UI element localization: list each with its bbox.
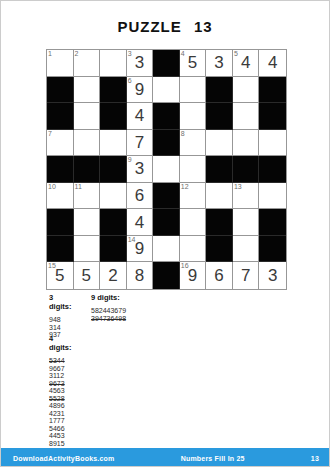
cell-digit: 5	[188, 53, 197, 73]
number-item: 4563	[49, 387, 72, 395]
cell-digit: 4	[241, 53, 250, 73]
grid-cell-r2c4[interactable]: 69	[127, 77, 154, 104]
grid-cell-r8c1	[47, 236, 74, 263]
grid-cell-r2c6[interactable]	[180, 77, 207, 104]
number-item: 582443679	[91, 307, 126, 315]
footer-page-number: 13	[311, 455, 319, 462]
list-3-digits: 3 digits: 948314937	[49, 293, 72, 339]
grid-cell-r8c2[interactable]	[74, 236, 101, 263]
cell-digit: 5	[55, 266, 64, 286]
grid-cell-r3c4[interactable]: 4	[127, 103, 154, 130]
cell-digit: 9	[135, 80, 144, 100]
grid-cell-r8c8[interactable]	[233, 236, 260, 263]
grid-cell-r2c8[interactable]	[233, 77, 260, 104]
grid-cell-r9c1[interactable]: 155	[47, 262, 74, 289]
grid-cell-r3c7	[206, 103, 233, 130]
number-item: 5466	[49, 425, 72, 433]
grid-cell-r3c2[interactable]	[74, 103, 101, 130]
grid-cell-r7c3	[100, 209, 127, 236]
list-items: 582443679394736498	[91, 307, 126, 322]
cell-digit: 2	[108, 266, 117, 286]
list-items: 5344966731129673456355284896423117775466…	[49, 357, 72, 447]
grid-cell-r9c8[interactable]: 7	[233, 262, 260, 289]
clue-number: 8	[181, 130, 185, 138]
list-header: 3 digits:	[49, 293, 72, 311]
grid-cell-r5c1	[47, 156, 74, 183]
cell-digit: 7	[135, 133, 144, 153]
fill-in-grid: 1233453544694778931011612134149155528169…	[46, 49, 287, 290]
grid-cell-r4c7[interactable]	[206, 130, 233, 157]
grid-cell-r5c6[interactable]	[180, 156, 207, 183]
footer-site: DownloadActivityBooks.com	[13, 455, 114, 462]
cell-digit: 7	[241, 266, 250, 286]
grid-cell-r3c3	[100, 103, 127, 130]
grid-cell-r4c8[interactable]	[233, 130, 260, 157]
grid-cell-r6c3[interactable]	[100, 183, 127, 210]
grid-cell-r1c5	[153, 50, 180, 77]
clue-number: 4	[181, 50, 185, 58]
footer-series: Numbers Fill In 25	[181, 455, 245, 462]
grid-cell-r2c7	[206, 77, 233, 104]
grid-cell-r6c8[interactable]: 13	[233, 183, 260, 210]
grid-cell-r9c9[interactable]: 3	[259, 262, 286, 289]
number-item: 5528	[49, 395, 72, 403]
number-item: 5344	[49, 357, 72, 365]
grid-cell-r3c8[interactable]	[233, 103, 260, 130]
number-item: 4453	[49, 432, 72, 440]
number-item: 4896	[49, 402, 72, 410]
grid-cell-r1c3[interactable]	[100, 50, 127, 77]
grid-cell-r4c3[interactable]	[100, 130, 127, 157]
grid-cell-r9c2[interactable]: 5	[74, 262, 101, 289]
list-header: 4 digits:	[49, 334, 72, 352]
grid-cell-r9c4[interactable]: 8	[127, 262, 154, 289]
grid-cell-r8c4[interactable]: 149	[127, 236, 154, 263]
clue-number: 7	[48, 130, 52, 138]
grid-cell-r1c4[interactable]: 33	[127, 50, 154, 77]
clue-number: 14	[128, 236, 136, 244]
number-item: 9667	[49, 365, 72, 373]
grid-cell-r1c8[interactable]: 54	[233, 50, 260, 77]
grid-cell-r8c7	[206, 236, 233, 263]
clue-number: 11	[75, 183, 82, 191]
cell-digit: 4	[135, 213, 144, 233]
cell-digit: 6	[135, 186, 144, 206]
grid-cell-r4c5	[153, 130, 180, 157]
grid-cell-r1c9[interactable]: 4	[259, 50, 286, 77]
cell-digit: 3	[135, 159, 144, 179]
number-item: 1777	[49, 417, 72, 425]
cell-digit: 3	[214, 53, 223, 73]
grid-cell-r4c6[interactable]: 8	[180, 130, 207, 157]
grid-cell-r1c6[interactable]: 45	[180, 50, 207, 77]
footer-bar: DownloadActivityBooks.com Numbers Fill I…	[1, 448, 330, 467]
grid-cell-r6c5	[153, 183, 180, 210]
grid-cell-r2c3	[100, 77, 127, 104]
grid-cell-r3c1	[47, 103, 74, 130]
grid-cell-r5c8	[233, 156, 260, 183]
grid-cell-r5c3	[100, 156, 127, 183]
number-item: 3112	[49, 372, 72, 380]
grid-cell-r9c6[interactable]: 169	[180, 262, 207, 289]
clue-number: 16	[181, 262, 189, 270]
clue-number: 2	[75, 50, 79, 58]
grid-cell-r4c1[interactable]: 7	[47, 130, 74, 157]
grid-cell-r7c2[interactable]	[74, 209, 101, 236]
grid-cell-r9c5	[153, 262, 180, 289]
number-item: 8915	[49, 440, 72, 448]
cell-digit: 8	[135, 266, 144, 286]
list-header: 9 digits:	[91, 293, 126, 302]
grid-cell-r5c7	[206, 156, 233, 183]
clue-number: 10	[48, 183, 56, 191]
number-item: 9673	[49, 380, 72, 388]
grid-cell-r1c1[interactable]: 1	[47, 50, 74, 77]
grid-cell-r7c7	[206, 209, 233, 236]
cell-digit: 5	[82, 266, 91, 286]
grid-cell-r6c4[interactable]: 6	[127, 183, 154, 210]
list-4-digits: 4 digits: 534496673112967345635528489642…	[49, 334, 72, 447]
grid-cell-r8c5[interactable]	[153, 236, 180, 263]
number-item: 4231	[49, 410, 72, 418]
grid-cell-r1c2[interactable]: 2	[74, 50, 101, 77]
clue-number: 13	[234, 183, 242, 191]
grid-cell-r5c4[interactable]: 93	[127, 156, 154, 183]
grid-cell-r9c7[interactable]: 6	[206, 262, 233, 289]
grid-cell-r6c2[interactable]: 11	[74, 183, 101, 210]
grid-cell-r1c7[interactable]: 3	[206, 50, 233, 77]
grid-cell-r2c1	[47, 77, 74, 104]
grid-cell-r6c9[interactable]	[259, 183, 286, 210]
grid-cell-r2c2[interactable]	[74, 77, 101, 104]
grid-cell-r2c5[interactable]	[153, 77, 180, 104]
list-9-digits: 9 digits: 582443679394736498	[91, 293, 126, 322]
cell-digit: 9	[188, 266, 197, 286]
clue-number: 1	[48, 50, 52, 58]
clue-number: 6	[128, 77, 132, 85]
clue-number: 15	[48, 262, 56, 270]
cell-digit: 9	[135, 239, 144, 259]
puzzle-title: PUZZLE 13	[1, 18, 329, 35]
cell-digit: 3	[268, 266, 277, 286]
grid-cell-r4c2[interactable]	[74, 130, 101, 157]
grid-cell-r4c9[interactable]	[259, 130, 286, 157]
grid-cell-r7c5	[153, 209, 180, 236]
cell-digit: 4	[268, 53, 277, 73]
grid-cell-r4c4[interactable]: 7	[127, 130, 154, 157]
grid-cell-r5c2	[74, 156, 101, 183]
grid-cell-r7c9	[259, 209, 286, 236]
grid-cell-r7c1	[47, 209, 74, 236]
number-item: 394736498	[91, 315, 126, 323]
cell-digit: 3	[135, 53, 144, 73]
clue-number: 12	[181, 183, 189, 191]
number-item: 314	[49, 324, 72, 332]
grid-cell-r2c9	[259, 77, 286, 104]
grid-cell-r6c7[interactable]	[206, 183, 233, 210]
grid-cell-r7c4[interactable]: 4	[127, 209, 154, 236]
grid-cell-r6c6[interactable]: 12	[180, 183, 207, 210]
clue-number: 9	[128, 156, 132, 164]
grid-cell-r3c5	[153, 103, 180, 130]
grid-cell-r7c8[interactable]	[233, 209, 260, 236]
puzzle-page: PUZZLE 13 123345354469477893101161213414…	[0, 0, 330, 467]
clue-number: 3	[128, 50, 132, 58]
grid-cell-r8c6[interactable]	[180, 236, 207, 263]
cell-digit: 4	[135, 106, 144, 126]
number-item: 948	[49, 316, 72, 324]
grid-cell-r8c3	[100, 236, 127, 263]
grid-cell-r3c9	[259, 103, 286, 130]
grid-cell-r3c6[interactable]	[180, 103, 207, 130]
grid-cell-r6c1[interactable]: 10	[47, 183, 74, 210]
cell-digit: 6	[214, 266, 223, 286]
grid-cell-r5c9	[259, 156, 286, 183]
grid-cell-r7c6[interactable]	[180, 209, 207, 236]
grid-cell-r8c9	[259, 236, 286, 263]
clue-number: 5	[234, 50, 238, 58]
grid-cell-r9c3[interactable]: 2	[100, 262, 127, 289]
grid-cell-r5c5[interactable]	[153, 156, 180, 183]
